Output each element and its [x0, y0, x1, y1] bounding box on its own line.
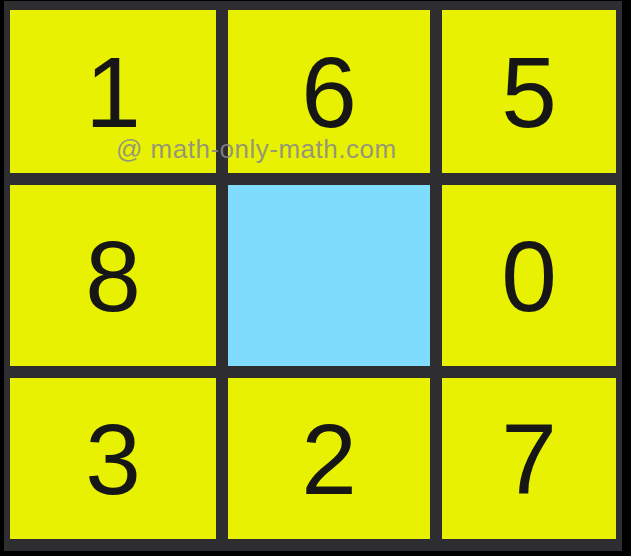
cell-r3c2: 2 — [228, 378, 430, 539]
cell-value: 6 — [301, 42, 357, 142]
cell-value: 2 — [301, 409, 357, 509]
cell-value: 8 — [85, 226, 141, 326]
cell-r2c2-empty-answer-slot[interactable] — [228, 185, 430, 366]
cell-r3c3: 7 — [442, 378, 616, 539]
cell-r3c1: 3 — [10, 378, 216, 539]
cell-value: 5 — [501, 42, 557, 142]
cell-value: 7 — [501, 409, 557, 509]
cell-r1c2: 6 — [228, 10, 430, 173]
cell-r2c3: 0 — [442, 185, 616, 366]
magic-square-board: 1 6 5 8 0 3 2 7 — [4, 1, 622, 551]
cell-r2c1: 8 — [10, 185, 216, 366]
puzzle-image: 1 6 5 8 0 3 2 7 @ math-only-math.com — [0, 0, 631, 556]
cell-value: 0 — [501, 226, 557, 326]
cell-r1c1: 1 — [10, 10, 216, 173]
cell-value: 3 — [85, 409, 141, 509]
cell-r1c3: 5 — [442, 10, 616, 173]
cell-value: 1 — [85, 42, 141, 142]
